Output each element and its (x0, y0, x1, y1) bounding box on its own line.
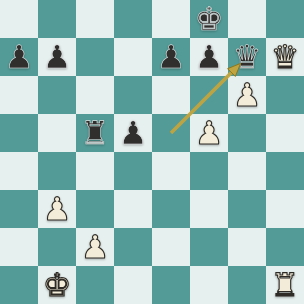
square-g6[interactable]: ♟ (228, 76, 266, 114)
square-h3[interactable] (266, 190, 304, 228)
square-d3[interactable] (114, 190, 152, 228)
square-d1[interactable] (114, 266, 152, 304)
square-g1[interactable] (228, 266, 266, 304)
square-d6[interactable] (114, 76, 152, 114)
square-b5[interactable] (38, 114, 76, 152)
square-h6[interactable] (266, 76, 304, 114)
square-a4[interactable] (0, 152, 38, 190)
square-h7[interactable]: ♛ (266, 38, 304, 76)
square-g2[interactable] (228, 228, 266, 266)
square-f8[interactable]: ♚ (190, 0, 228, 38)
square-c3[interactable] (76, 190, 114, 228)
square-a6[interactable] (0, 76, 38, 114)
piece-black-pawn[interactable]: ♟ (114, 114, 152, 152)
square-g7[interactable]: ♛ (228, 38, 266, 76)
square-a7[interactable]: ♟ (0, 38, 38, 76)
square-f3[interactable] (190, 190, 228, 228)
square-c4[interactable] (76, 152, 114, 190)
piece-black-pawn[interactable]: ♟ (152, 38, 190, 76)
chess-board: ♚♟♟♟♟♛♛♟♜♟♟♟♟♚♜ (0, 0, 304, 304)
square-a8[interactable] (0, 0, 38, 38)
piece-white-king[interactable]: ♚ (38, 266, 76, 304)
square-h5[interactable] (266, 114, 304, 152)
piece-black-rook[interactable]: ♜ (76, 114, 114, 152)
piece-white-pawn[interactable]: ♟ (228, 76, 266, 114)
square-f1[interactable] (190, 266, 228, 304)
square-h4[interactable] (266, 152, 304, 190)
square-d2[interactable] (114, 228, 152, 266)
piece-white-pawn[interactable]: ♟ (76, 228, 114, 266)
piece-white-pawn[interactable]: ♟ (190, 114, 228, 152)
piece-black-pawn[interactable]: ♟ (38, 38, 76, 76)
square-d8[interactable] (114, 0, 152, 38)
square-e1[interactable] (152, 266, 190, 304)
square-b1[interactable]: ♚ (38, 266, 76, 304)
square-b2[interactable] (38, 228, 76, 266)
square-a3[interactable] (0, 190, 38, 228)
square-f2[interactable] (190, 228, 228, 266)
square-e7[interactable]: ♟ (152, 38, 190, 76)
square-g8[interactable] (228, 0, 266, 38)
square-f6[interactable] (190, 76, 228, 114)
square-c2[interactable]: ♟ (76, 228, 114, 266)
piece-white-rook[interactable]: ♜ (266, 266, 304, 304)
piece-black-pawn[interactable]: ♟ (0, 38, 38, 76)
square-d5[interactable]: ♟ (114, 114, 152, 152)
square-h8[interactable] (266, 0, 304, 38)
square-h2[interactable] (266, 228, 304, 266)
square-c7[interactable] (76, 38, 114, 76)
square-b7[interactable]: ♟ (38, 38, 76, 76)
piece-white-queen[interactable]: ♛ (266, 38, 304, 76)
square-e6[interactable] (152, 76, 190, 114)
square-g5[interactable] (228, 114, 266, 152)
square-c5[interactable]: ♜ (76, 114, 114, 152)
square-f4[interactable] (190, 152, 228, 190)
board-grid: ♚♟♟♟♟♛♛♟♜♟♟♟♟♚♜ (0, 0, 304, 304)
piece-black-pawn[interactable]: ♟ (190, 38, 228, 76)
square-e2[interactable] (152, 228, 190, 266)
square-a5[interactable] (0, 114, 38, 152)
square-a1[interactable] (0, 266, 38, 304)
square-e3[interactable] (152, 190, 190, 228)
square-b3[interactable]: ♟ (38, 190, 76, 228)
square-d7[interactable] (114, 38, 152, 76)
square-c6[interactable] (76, 76, 114, 114)
square-c1[interactable] (76, 266, 114, 304)
piece-black-queen[interactable]: ♛ (228, 38, 266, 76)
square-h1[interactable]: ♜ (266, 266, 304, 304)
square-d4[interactable] (114, 152, 152, 190)
piece-white-pawn[interactable]: ♟ (38, 190, 76, 228)
square-e4[interactable] (152, 152, 190, 190)
square-e5[interactable] (152, 114, 190, 152)
square-g4[interactable] (228, 152, 266, 190)
square-f7[interactable]: ♟ (190, 38, 228, 76)
square-a2[interactable] (0, 228, 38, 266)
square-c8[interactable] (76, 0, 114, 38)
piece-black-king[interactable]: ♚ (190, 0, 228, 38)
square-b4[interactable] (38, 152, 76, 190)
square-b6[interactable] (38, 76, 76, 114)
square-e8[interactable] (152, 0, 190, 38)
square-g3[interactable] (228, 190, 266, 228)
square-b8[interactable] (38, 0, 76, 38)
square-f5[interactable]: ♟ (190, 114, 228, 152)
